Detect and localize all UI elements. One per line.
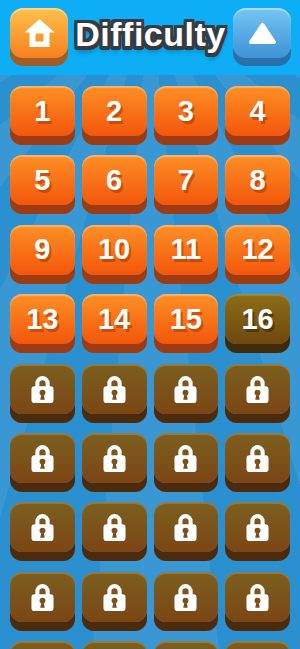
- locked-level-button[interactable]: [154, 433, 219, 483]
- locked-level-button[interactable]: [225, 572, 290, 622]
- level-number: 7: [178, 164, 194, 197]
- lock-icon: [102, 443, 127, 473]
- level-button-10[interactable]: 10: [82, 225, 147, 275]
- locked-level-button[interactable]: [10, 641, 75, 649]
- level-number: 9: [34, 233, 50, 266]
- level-number: 15: [170, 303, 202, 336]
- level-number: 3: [178, 95, 194, 128]
- level-button-1[interactable]: 1: [10, 86, 75, 136]
- lock-icon: [245, 512, 270, 542]
- lock-icon: [30, 374, 55, 404]
- locked-level-button[interactable]: [225, 502, 290, 552]
- lock-icon: [102, 374, 127, 404]
- level-button-4[interactable]: 4: [225, 86, 290, 136]
- lock-icon: [173, 512, 198, 542]
- level-button-5[interactable]: 5: [10, 155, 75, 205]
- level-number: 4: [250, 95, 266, 128]
- lock-icon: [245, 443, 270, 473]
- level-number: 11: [171, 233, 202, 266]
- home-button[interactable]: [10, 8, 68, 58]
- lock-icon: [245, 582, 270, 612]
- level-button-9[interactable]: 9: [10, 225, 75, 275]
- level-number: 8: [250, 164, 266, 197]
- level-number: 13: [26, 303, 58, 336]
- level-button-2[interactable]: 2: [82, 86, 147, 136]
- locked-level-button[interactable]: [10, 502, 75, 552]
- level-number: 16: [241, 303, 273, 336]
- level-button-3[interactable]: 3: [154, 86, 219, 136]
- lock-icon: [173, 374, 198, 404]
- level-button-7[interactable]: 7: [154, 155, 219, 205]
- level-button-13[interactable]: 13: [10, 294, 75, 344]
- level-number: 10: [98, 233, 130, 266]
- lock-icon: [245, 374, 270, 404]
- locked-level-button[interactable]: [82, 572, 147, 622]
- level-number: 14: [98, 303, 130, 336]
- locked-level-button[interactable]: [154, 502, 219, 552]
- locked-level-button[interactable]: [82, 641, 147, 649]
- level-button-8[interactable]: 8: [225, 155, 290, 205]
- locked-level-button[interactable]: [225, 433, 290, 483]
- locked-level-button[interactable]: [225, 364, 290, 414]
- locked-level-button[interactable]: [10, 572, 75, 622]
- level-button-12[interactable]: 12: [225, 225, 290, 275]
- locked-level-button[interactable]: [154, 572, 219, 622]
- level-grid: 12345678910111213141516: [10, 86, 290, 649]
- header-bar: Difficulty: [0, 0, 300, 75]
- lock-icon: [173, 443, 198, 473]
- locked-level-button[interactable]: [10, 433, 75, 483]
- level-button-14[interactable]: 14: [82, 294, 147, 344]
- lock-icon: [102, 512, 127, 542]
- locked-level-button[interactable]: [154, 364, 219, 414]
- lock-icon: [30, 443, 55, 473]
- lock-icon: [30, 582, 55, 612]
- lock-icon: [102, 582, 127, 612]
- level-button-15[interactable]: 15: [154, 294, 219, 344]
- locked-level-button[interactable]: [10, 364, 75, 414]
- level-number: 2: [106, 95, 122, 128]
- locked-level-button[interactable]: [154, 641, 219, 649]
- level-number: 1: [34, 95, 50, 128]
- locked-level-button[interactable]: [82, 433, 147, 483]
- level-button-11[interactable]: 11: [154, 225, 219, 275]
- up-arrow-icon: [248, 22, 277, 45]
- level-number: 5: [34, 164, 50, 197]
- app-screen: Difficulty 12345678910111213141516: [0, 0, 300, 649]
- level-number: 6: [106, 164, 122, 197]
- lock-icon: [173, 582, 198, 612]
- level-button-6[interactable]: 6: [82, 155, 147, 205]
- locked-level-button[interactable]: [82, 502, 147, 552]
- page-title: Difficulty: [68, 8, 233, 60]
- home-icon: [23, 18, 56, 48]
- level-number: 12: [241, 233, 273, 266]
- level-button-16[interactable]: 16: [225, 294, 290, 344]
- lock-icon: [30, 512, 55, 542]
- locked-level-button[interactable]: [225, 641, 290, 649]
- scroll-up-button[interactable]: [233, 8, 291, 58]
- locked-level-button[interactable]: [82, 364, 147, 414]
